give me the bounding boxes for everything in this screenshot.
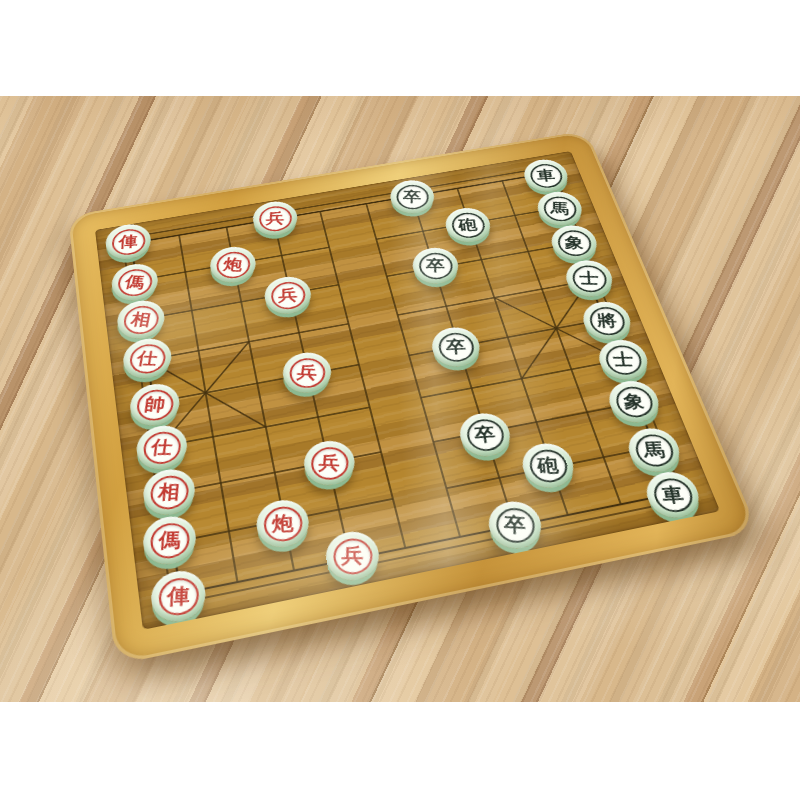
piece-face: 象 [614, 386, 655, 417]
piece-glyph: 砲 [537, 456, 560, 475]
piece-glyph: 傌 [158, 530, 181, 551]
piece-face: 相 [149, 475, 190, 509]
piece-face: 仕 [141, 431, 181, 463]
piece-face: 炮 [214, 251, 251, 279]
piece-face: 炮 [263, 506, 302, 542]
piece-face: 俥 [111, 228, 146, 255]
piece-glyph: 象 [622, 393, 645, 411]
piece-face: 砲 [528, 449, 568, 482]
piece-face: 馬 [633, 434, 675, 467]
piece-black-soldier[interactable]: 卒 [413, 248, 459, 283]
piece-face: 卒 [418, 253, 452, 279]
piece-glyph: 馬 [642, 441, 666, 460]
piece-glyph: 卒 [445, 338, 466, 355]
piece-glyph: 將 [596, 313, 617, 329]
piece-glyph: 兵 [318, 453, 340, 472]
piece-face: 卒 [496, 507, 535, 543]
piece-glyph: 兵 [278, 287, 297, 303]
piece-glyph: 兵 [296, 364, 318, 382]
piece-glyph: 砲 [458, 217, 478, 232]
piece-glyph: 仕 [136, 350, 159, 367]
piece-face: 兵 [310, 446, 349, 480]
piece-glyph: 相 [158, 482, 181, 501]
piece-face: 士 [571, 265, 607, 293]
piece-glyph: 炮 [222, 257, 243, 273]
piece-face: 兵 [333, 538, 372, 574]
piece-glyph: 兵 [266, 211, 285, 225]
piece-face: 將 [588, 307, 625, 335]
piece-glyph: 俥 [118, 234, 138, 249]
piece-face: 兵 [258, 206, 292, 231]
piece-face: 帥 [134, 389, 174, 420]
piece-glyph: 車 [536, 168, 556, 182]
piece-glyph: 車 [660, 485, 685, 505]
piece-glyph: 相 [130, 311, 153, 328]
piece-glyph: 馬 [550, 201, 569, 216]
piece-face: 卒 [396, 184, 429, 209]
piece-glyph: 象 [564, 235, 583, 250]
piece-glyph: 傌 [124, 274, 146, 290]
photo-area: 俥兵卒車傌炮砲馬相兵卒象仕士帥兵卒將仕士相兵卒象傌炮砲馬俥兵卒車 [0, 96, 800, 702]
piece-face: 俥 [157, 577, 198, 616]
piece-glyph: 炮 [272, 513, 294, 534]
piece-glyph: 兵 [341, 546, 363, 566]
piece-face: 馬 [543, 195, 576, 221]
piece-glyph: 帥 [143, 396, 166, 414]
piece-face: 相 [121, 305, 161, 334]
piece-face: 卒 [465, 418, 506, 452]
piece-face: 仕 [127, 343, 167, 373]
piece-face: 士 [604, 345, 643, 374]
piece-face: 砲 [450, 212, 486, 239]
piece-face: 兵 [271, 281, 305, 310]
piece-face: 卒 [437, 332, 474, 362]
piece-glyph: 卒 [403, 190, 422, 204]
piece-face: 傌 [115, 268, 154, 297]
piece-red-soldier[interactable]: 兵 [325, 532, 378, 580]
piece-glyph: 卒 [504, 515, 526, 536]
piece-face: 象 [557, 229, 591, 256]
piece-face: 兵 [287, 357, 326, 389]
piece-glyph: 卒 [473, 425, 496, 444]
piece-glyph: 仕 [150, 438, 173, 456]
piece-glyph: 士 [612, 351, 634, 368]
piece-face: 車 [528, 163, 564, 188]
piece-face: 車 [651, 477, 695, 512]
piece-glyph: 卒 [426, 258, 445, 273]
piece-face: 傌 [149, 522, 190, 558]
piece-glyph: 俥 [167, 585, 190, 607]
piece-glyph: 士 [579, 271, 599, 287]
